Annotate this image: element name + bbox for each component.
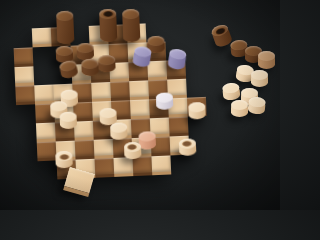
piece-lavender-cylinder[interactable]	[167, 53, 186, 70]
piece-dark-tall-cylinder[interactable]	[122, 13, 140, 42]
cylinder-top-face	[81, 59, 98, 70]
cylinder-top-face	[50, 101, 67, 112]
board-cube-dark[interactable]	[169, 117, 189, 137]
board-cube-dark[interactable]	[110, 81, 130, 101]
board-cube-light[interactable]	[113, 157, 133, 177]
piece-lavender-cylinder[interactable]	[132, 50, 151, 68]
piece-light-cylinder[interactable]	[231, 105, 248, 117]
cylinder-side	[124, 146, 142, 159]
board-cube-dark[interactable]	[95, 158, 115, 178]
cylinder-top-face	[76, 43, 93, 54]
board-cube-light[interactable]	[74, 121, 94, 141]
cylinder-side	[81, 64, 99, 77]
piece-light-cylinder[interactable]	[59, 117, 77, 130]
cylinder-top-face	[258, 51, 275, 61]
board-cube-light[interactable]	[94, 139, 114, 159]
piece-dark-cylinder[interactable]	[81, 64, 99, 77]
cylinder-side	[188, 106, 206, 119]
cylinder-side	[122, 13, 140, 42]
piece-white-lavender-cylinder[interactable]	[156, 97, 174, 110]
cylinder-top-face	[59, 112, 76, 123]
cylinder-side	[98, 60, 116, 73]
board-cube-light[interactable]	[91, 82, 111, 102]
cylinder-side	[156, 97, 174, 110]
board-cube-dark[interactable]	[132, 156, 152, 176]
piece-light-cylinder[interactable]	[251, 75, 268, 87]
cylinder-top-face	[169, 48, 187, 60]
board-cube-light[interactable]	[14, 66, 34, 86]
cylinder-side	[247, 101, 265, 115]
board-cube-light[interactable]	[34, 85, 54, 105]
board-cube-dark[interactable]	[14, 47, 34, 67]
cylinder-top-face	[155, 92, 172, 103]
cylinder-top-face	[222, 82, 240, 94]
piece-light-ring-cylinder[interactable]	[179, 143, 197, 156]
cylinder-top-face	[98, 55, 115, 66]
cylinder-top-face	[251, 70, 268, 80]
game-board	[13, 21, 209, 181]
piece-dark-tall-cylinder[interactable]	[56, 15, 74, 44]
cylinder-top-face	[60, 89, 77, 100]
board-cube-light[interactable]	[130, 99, 150, 119]
cylinder-side	[100, 14, 118, 43]
board-cube-light[interactable]	[36, 122, 56, 142]
cylinder-top-face	[110, 122, 127, 133]
cylinder-side	[251, 75, 268, 87]
cylinder-top-face	[122, 8, 139, 19]
board-cube-dark[interactable]	[37, 141, 57, 161]
cylinder-top-face	[138, 131, 155, 142]
cylinder-top-face	[231, 100, 248, 110]
piece-salmon-cylinder[interactable]	[138, 136, 156, 150]
piece-dark-tall-ring-cylinder[interactable]	[100, 14, 118, 43]
cylinder-side	[258, 56, 275, 69]
piece-dark-cylinder[interactable]	[98, 60, 116, 73]
cylinder-side	[132, 50, 151, 68]
cylinder-top-face	[248, 96, 266, 108]
piece-light-cylinder[interactable]	[247, 101, 265, 115]
piece-light-cylinder[interactable]	[110, 127, 128, 140]
cylinder-side	[56, 15, 74, 44]
cylinder-side	[179, 143, 197, 156]
piece-light-ring-cylinder[interactable]	[124, 146, 142, 159]
cylinder-side	[222, 87, 240, 101]
table-surface: { "game": "homemade wooden chess-style s…	[0, 0, 280, 210]
cylinder-side	[167, 53, 186, 70]
drilled-ring-hole	[59, 154, 69, 160]
cylinder-side	[59, 117, 77, 130]
board-cube-dark[interactable]	[75, 140, 95, 160]
cylinder-top-face	[55, 45, 72, 56]
cylinder-side	[110, 127, 128, 140]
piece-light-cylinder[interactable]	[188, 106, 206, 119]
board-cube-light[interactable]	[147, 61, 167, 81]
board-cube-light[interactable]	[151, 155, 171, 175]
cylinder-top-face	[56, 10, 73, 21]
cylinder-side	[138, 136, 156, 150]
piece-light-cylinder[interactable]	[222, 87, 240, 101]
piece-tan-cylinder[interactable]	[258, 56, 275, 69]
cylinder-top-face	[99, 108, 116, 119]
cylinder-top-face	[188, 101, 205, 112]
cylinder-side	[231, 105, 248, 117]
board-cube-light[interactable]	[129, 80, 149, 100]
board-cube-light[interactable]	[32, 28, 52, 48]
cylinder-top-face	[147, 36, 164, 47]
board-cube-dark[interactable]	[15, 85, 35, 105]
